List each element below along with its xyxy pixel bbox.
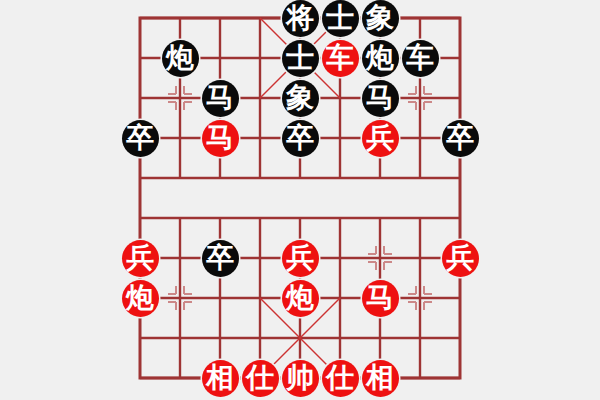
piece-red-elephant[interactable]: 相	[202, 360, 239, 397]
piece-red-soldier[interactable]: 兵	[362, 120, 399, 157]
piece-black-soldier[interactable]: 卒	[282, 120, 319, 157]
piece-red-soldier[interactable]: 兵	[122, 240, 159, 277]
piece-red-general[interactable]: 帅	[282, 360, 319, 397]
piece-black-cannon[interactable]: 炮	[162, 40, 199, 77]
xiangqi-board: 将士象炮士车炮车马象马卒马卒兵卒兵卒兵兵炮炮马相仕帅仕相	[0, 0, 600, 400]
piece-black-elephant[interactable]: 象	[282, 80, 319, 117]
piece-red-soldier[interactable]: 兵	[282, 240, 319, 277]
piece-red-elephant[interactable]: 相	[362, 360, 399, 397]
piece-black-horse[interactable]: 马	[202, 80, 239, 117]
piece-black-chariot[interactable]: 车	[402, 40, 439, 77]
piece-red-soldier[interactable]: 兵	[442, 240, 479, 277]
piece-black-soldier[interactable]: 卒	[202, 240, 239, 277]
piece-red-advisor[interactable]: 仕	[242, 360, 279, 397]
piece-black-cannon[interactable]: 炮	[362, 40, 399, 77]
piece-black-soldier[interactable]: 卒	[442, 120, 479, 157]
piece-red-horse[interactable]: 马	[202, 120, 239, 157]
piece-black-elephant[interactable]: 象	[362, 0, 399, 37]
piece-red-chariot[interactable]: 车	[322, 40, 359, 77]
piece-black-advisor[interactable]: 士	[322, 0, 359, 37]
piece-red-cannon[interactable]: 炮	[282, 280, 319, 317]
piece-black-horse[interactable]: 马	[362, 80, 399, 117]
piece-black-soldier[interactable]: 卒	[122, 120, 159, 157]
piece-black-advisor[interactable]: 士	[282, 40, 319, 77]
pieces-layer: 将士象炮士车炮车马象马卒马卒兵卒兵卒兵兵炮炮马相仕帅仕相	[0, 0, 600, 400]
piece-black-general[interactable]: 将	[282, 0, 319, 37]
piece-red-horse[interactable]: 马	[362, 280, 399, 317]
piece-red-advisor[interactable]: 仕	[322, 360, 359, 397]
piece-red-cannon[interactable]: 炮	[122, 280, 159, 317]
